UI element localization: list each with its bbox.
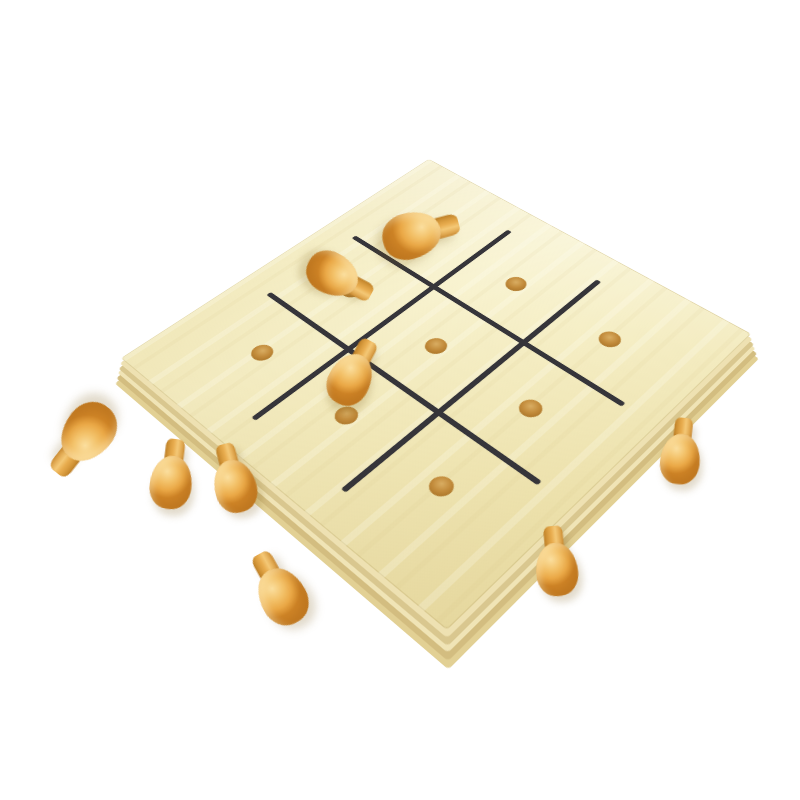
pegs-layer [0, 0, 800, 800]
peg-2[interactable] [299, 242, 382, 314]
peg-5[interactable] [146, 436, 198, 511]
peg-3[interactable] [318, 331, 390, 414]
peg-body [208, 455, 262, 517]
peg-6[interactable] [203, 438, 263, 517]
peg-1[interactable] [377, 200, 465, 267]
peg-8[interactable] [531, 524, 582, 598]
peg-body [533, 541, 580, 598]
peg-9[interactable] [657, 416, 705, 487]
product-photo-stage [0, 0, 800, 800]
peg-body [658, 432, 703, 486]
peg-7[interactable] [238, 542, 318, 633]
peg-body [377, 206, 446, 266]
peg-body [147, 454, 195, 512]
peg-4[interactable] [36, 391, 128, 488]
